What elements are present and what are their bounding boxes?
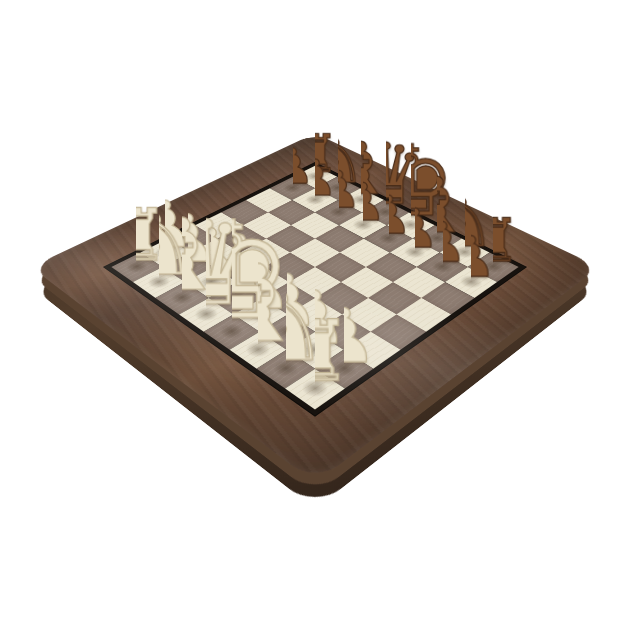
black-pawn-glyph: ♟: [446, 230, 496, 286]
square-h1: ♜: [285, 369, 345, 410]
piece-black-pawn-h7: ♟: [471, 226, 521, 282]
scene: ♜♞♝♛♚♝♞♜♟♟♟♟♟♟♟♟♟♟♟♟♟♟♟♟♜♞♝♛♚♝♞♜: [0, 0, 620, 620]
white-rook-glyph: ♜: [277, 310, 352, 394]
chess-board: ♜♞♝♛♚♝♞♜♟♟♟♟♟♟♟♟♟♟♟♟♟♟♟♟♜♞♝♛♚♝♞♜: [31, 133, 600, 483]
piece-white-rook-h1: ♜: [315, 305, 390, 389]
squares-grid: ♜♞♝♛♚♝♞♜♟♟♟♟♟♟♟♟♟♟♟♟♟♟♟♟♜♞♝♛♚♝♞♜: [111, 166, 518, 410]
